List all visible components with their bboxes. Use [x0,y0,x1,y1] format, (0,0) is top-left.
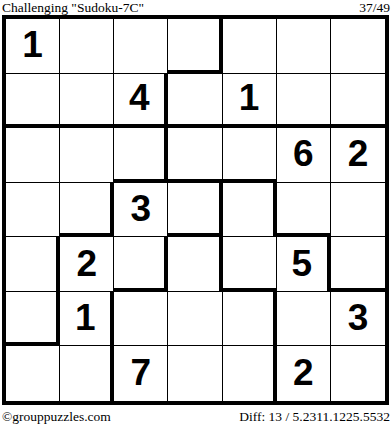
cell-r6c3[interactable] [114,292,168,347]
given-digit: 1 [75,299,96,336]
cell-r3c2[interactable] [60,128,114,183]
given-digit: 1 [239,79,260,116]
cell-r7c5[interactable] [223,346,277,401]
given-digit: 3 [348,299,369,336]
cell-r7c1[interactable] [6,346,60,401]
given-digit: 7 [131,354,152,391]
cell-r1c1: 1 [6,19,60,74]
cell-r3c5[interactable] [223,128,277,183]
cell-r5c7[interactable] [331,237,385,292]
cell-r2c3: 4 [114,74,168,129]
cell-r6c5[interactable] [223,292,277,347]
cell-r7c3: 7 [114,346,168,401]
cell-r2c1[interactable] [6,74,60,129]
given-digit: 6 [293,135,314,172]
cell-r3c3[interactable] [114,128,168,183]
copyright-text: ©grouppuzzles.com [2,409,111,425]
cell-r3c4[interactable] [168,128,222,183]
cell-r4c3: 3 [114,183,168,238]
cell-r5c4[interactable] [168,237,222,292]
cell-r2c2[interactable] [60,74,114,129]
cell-r4c2[interactable] [60,183,114,238]
given-digit: 2 [348,135,369,172]
cell-r3c1[interactable] [6,128,60,183]
cell-r7c6: 2 [277,346,331,401]
cell-r2c6[interactable] [277,74,331,129]
cell-r3c6: 6 [277,128,331,183]
cell-r1c5[interactable] [223,19,277,74]
page-header: Challenging "Sudoku-7C" 37/49 [2,0,390,14]
page-footer: ©grouppuzzles.com Diff: 13 / 5.2311.1225… [2,408,390,425]
cell-r5c6: 5 [277,237,331,292]
cell-r4c5[interactable] [223,183,277,238]
cell-r2c7[interactable] [331,74,385,129]
given-digit: 1 [22,26,43,63]
cell-r1c3[interactable] [114,19,168,74]
cell-r4c1[interactable] [6,183,60,238]
cell-r5c1[interactable] [6,237,60,292]
cell-r6c4[interactable] [168,292,222,347]
cell-r4c6[interactable] [277,183,331,238]
cell-r2c5: 1 [223,74,277,129]
given-digit: 2 [76,245,97,282]
cell-r6c7: 3 [331,292,385,347]
cell-r5c2: 2 [60,237,114,292]
cell-r2c4[interactable] [168,74,222,129]
cell-r7c7[interactable] [331,346,385,401]
given-digit: 2 [293,354,314,391]
cell-r5c3[interactable] [114,237,168,292]
cell-r4c7[interactable] [331,183,385,238]
cell-r6c6[interactable] [277,292,331,347]
given-digit: 4 [129,79,150,116]
sudoku-board: 141623251372 [2,15,389,405]
cell-r6c1[interactable] [6,292,60,347]
cell-r4c4[interactable] [168,183,222,238]
given-digit: 3 [131,190,152,227]
given-digit: 5 [291,245,312,282]
puzzle-title: Challenging "Sudoku-7C" [2,0,144,16]
cell-r7c4[interactable] [168,346,222,401]
cell-r5c5[interactable] [223,237,277,292]
cell-r1c6[interactable] [277,19,331,74]
cell-r7c2[interactable] [60,346,114,401]
puzzle-counter: 37/49 [359,0,390,16]
cell-r3c7: 2 [331,128,385,183]
cell-r1c7[interactable] [331,19,385,74]
cell-r1c4[interactable] [168,19,222,74]
cell-r1c2[interactable] [60,19,114,74]
cell-r6c2: 1 [60,292,114,347]
difficulty-text: Diff: 13 / 5.2311.1225.5532 [239,409,390,425]
